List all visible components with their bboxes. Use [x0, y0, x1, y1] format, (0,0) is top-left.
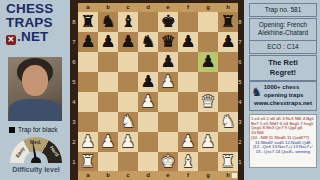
rank-label-3: 3: [236, 112, 244, 132]
square-c4[interactable]: [118, 92, 138, 112]
trap-name-box: The Reti Regret!: [249, 55, 317, 81]
square-d3[interactable]: [138, 112, 158, 132]
piece-black-knight: ♞: [138, 32, 158, 52]
piece-black-pawn: ♟: [98, 32, 118, 52]
square-h4[interactable]: [218, 92, 238, 112]
file-labels-top: abcdefgh: [78, 3, 238, 12]
piece-white-queen: ♛: [198, 92, 218, 112]
rank-labels-left: 87654321: [70, 12, 78, 172]
square-c6[interactable]: [118, 52, 138, 72]
square-e7[interactable]: ♛: [158, 32, 178, 52]
square-c8[interactable]: ♝: [118, 12, 138, 32]
square-b1[interactable]: [98, 152, 118, 172]
square-a3[interactable]: [78, 112, 98, 132]
square-e2[interactable]: [158, 132, 178, 152]
square-b2[interactable]: ♟: [98, 132, 118, 152]
square-d4[interactable]: ♟: [138, 92, 158, 112]
file-label-f: f: [178, 3, 198, 12]
promo-url: www.chesstraps.net: [251, 100, 315, 108]
square-h7[interactable]: ♟: [218, 32, 238, 52]
move-line-main: Qxg5 8.Nh3 Qe7 9.Qg4 g6 10.Nf4: [251, 126, 315, 136]
square-g4[interactable]: ♛: [198, 92, 218, 112]
file-label-g: g: [198, 3, 218, 12]
rank-label-1: 1: [236, 152, 244, 172]
square-g2[interactable]: ♟: [198, 132, 218, 152]
square-d6[interactable]: [138, 52, 158, 72]
rank-label-3: 3: [70, 112, 78, 132]
square-h5[interactable]: [218, 72, 238, 92]
file-label-f: f: [178, 171, 198, 180]
piece-white-bishop: ♝: [178, 152, 198, 172]
square-f7[interactable]: ♟: [178, 32, 198, 52]
square-e6[interactable]: ♟: [158, 52, 178, 72]
square-a7[interactable]: ♟: [78, 32, 98, 52]
square-h1[interactable]: ♜: [218, 152, 238, 172]
file-label-g: g: [198, 171, 218, 180]
promo-line2: opening traps: [264, 92, 304, 98]
piece-black-king: ♚: [158, 12, 178, 32]
black-square-bullet-icon: [9, 127, 15, 133]
square-d5[interactable]: ♟: [138, 72, 158, 92]
trap-name-line2: Regret!: [251, 68, 315, 78]
piece-black-bishop: ♝: [118, 12, 138, 32]
piece-black-rook: ♜: [78, 12, 98, 32]
file-labels-bottom: abcdefgh: [78, 171, 238, 180]
rank-label-6: 6: [70, 52, 78, 72]
square-b6[interactable]: [98, 52, 118, 72]
rank-label-8: 8: [70, 12, 78, 32]
board-corner-mark: [232, 173, 237, 178]
file-label-e: e: [158, 171, 178, 180]
square-h2[interactable]: [218, 132, 238, 152]
rank-label-2: 2: [236, 132, 244, 152]
square-d2[interactable]: [138, 132, 158, 152]
square-g7[interactable]: [198, 32, 218, 52]
moves-box: 1.e4 e6 2.d4 d5 3.Nc3 Nf6 4.Bg5Be7 5.e5 …: [249, 114, 317, 168]
piece-white-pawn: ♟: [98, 132, 118, 152]
gauge-hub: [31, 157, 41, 163]
presenter-photo: [8, 57, 62, 121]
promo-line1: 1000+ chess: [264, 84, 300, 90]
square-f5[interactable]: [178, 72, 198, 92]
rank-labels-right: 87654321: [236, 12, 244, 172]
piece-black-queen: ♛: [158, 32, 178, 52]
square-g8[interactable]: [198, 12, 218, 32]
gauge-label-med: Med.: [30, 139, 41, 145]
square-e4[interactable]: [158, 92, 178, 112]
piece-black-pawn: ♟: [178, 32, 198, 52]
square-c7[interactable]: ♟: [118, 32, 138, 52]
file-label-d: d: [138, 3, 158, 12]
square-b5[interactable]: [98, 72, 118, 92]
square-d1[interactable]: [138, 152, 158, 172]
square-h3[interactable]: ♞: [218, 112, 238, 132]
square-h6[interactable]: [218, 52, 238, 72]
rank-label-1: 1: [70, 152, 78, 172]
file-label-h: h: [218, 3, 238, 12]
piece-black-pawn: ♟: [118, 32, 138, 52]
move-line-variation: 13...Qxc7 14.Qxc8+ winning: [251, 150, 315, 155]
square-b7[interactable]: ♟: [98, 32, 118, 52]
piece-white-pawn: ♟: [198, 132, 218, 152]
piece-black-rook: ♜: [218, 12, 238, 32]
file-label-d: d: [138, 171, 158, 180]
square-g5[interactable]: [198, 72, 218, 92]
x-mark-icon: ✕: [6, 35, 16, 45]
piece-white-rook: ♜: [78, 152, 98, 172]
square-c3[interactable]: ♞: [118, 112, 138, 132]
opening-box: Opening: French Alekhine-Chatard: [249, 18, 317, 41]
file-label-e: e: [158, 3, 178, 12]
file-label-a: a: [78, 171, 98, 180]
square-b8[interactable]: ♞: [98, 12, 118, 32]
move-line-main: (10...Nf8 11.Nfxd5 11.Qxd4??): [251, 135, 315, 140]
piece-white-pawn: ♟: [138, 92, 158, 112]
square-d7[interactable]: ♞: [138, 32, 158, 52]
rank-label-7: 7: [236, 32, 244, 52]
piece-white-pawn: ♟: [178, 132, 198, 152]
promo-box: ♞ 1000+ chess opening traps www.chesstra…: [249, 81, 317, 111]
piece-white-knight: ♞: [218, 112, 238, 132]
piece-black-pawn: ♟: [218, 32, 238, 52]
piece-white-pawn: ♟: [118, 132, 138, 152]
rank-label-4: 4: [70, 92, 78, 112]
square-f3[interactable]: [178, 112, 198, 132]
piece-white-knight: ♞: [118, 112, 138, 132]
rank-label-4: 4: [236, 92, 244, 112]
square-d8[interactable]: [138, 12, 158, 32]
opening-line2: Alekhine-Chatard: [251, 29, 315, 37]
logo-line1: CHESS: [6, 2, 68, 16]
square-f4[interactable]: [178, 92, 198, 112]
square-f1[interactable]: ♝: [178, 152, 198, 172]
piece-white-pawn: ♟: [78, 132, 98, 152]
board-grid: ♜♞♝♚♜♟♟♟♞♛♟♟♟♟♟♟♟♛♞♞♟♟♟♟♟♜♚♝♜: [78, 12, 238, 172]
trap-side-label: Trap for black: [9, 126, 58, 133]
file-label-c: c: [118, 3, 138, 12]
chess-board: abcdefgh 87654321 ♜♞♝♚♜♟♟♟♞♛♟♟♟♟♟♟♟♛♞♞♟♟…: [70, 0, 244, 180]
square-e8[interactable]: ♚: [158, 12, 178, 32]
square-g1[interactable]: [198, 152, 218, 172]
square-a6[interactable]: [78, 52, 98, 72]
opening-line1: Opening: French: [251, 21, 315, 29]
rank-label-7: 7: [70, 32, 78, 52]
rank-label-5: 5: [236, 72, 244, 92]
logo-line3: .NET: [17, 29, 49, 44]
moves-text: 1.e4 e6 2.d4 d5 3.Nc3 Nf6 4.Bg5Be7 5.e5 …: [251, 116, 315, 155]
square-a5[interactable]: [78, 72, 98, 92]
square-g3[interactable]: [198, 112, 218, 132]
piece-black-pawn: ♟: [138, 72, 158, 92]
rank-label-5: 5: [70, 72, 78, 92]
piece-black-pawn: ♟: [78, 32, 98, 52]
square-h8[interactable]: ♜: [218, 12, 238, 32]
site-logo: CHESS TRAPS ✕.NET: [6, 2, 68, 45]
difficulty-label: Difficulty level: [3, 166, 69, 173]
square-c5[interactable]: [118, 72, 138, 92]
square-e5[interactable]: ♟: [158, 72, 178, 92]
trap-number-box: Trap no. 581: [249, 3, 317, 17]
square-f8[interactable]: [178, 12, 198, 32]
difficulty-gauge: Easy Med. Hard: [10, 137, 62, 164]
piece-black-pawn: ♟: [158, 52, 178, 72]
square-a8[interactable]: ♜: [78, 12, 98, 32]
square-e3[interactable]: [158, 112, 178, 132]
photo-face: [22, 65, 48, 96]
piece-white-rook: ♜: [218, 152, 238, 172]
square-a4[interactable]: [78, 92, 98, 112]
file-label-a: a: [78, 3, 98, 12]
square-a2[interactable]: ♟: [78, 132, 98, 152]
square-b3[interactable]: [98, 112, 118, 132]
piece-white-pawn: ♟: [158, 72, 178, 92]
square-c1[interactable]: [118, 152, 138, 172]
trap-name-line1: The Reti: [251, 58, 315, 68]
eco-box: ECO : C14: [249, 40, 317, 54]
square-a1[interactable]: ♜: [78, 152, 98, 172]
knight-icon: ♞: [251, 86, 262, 98]
square-c2[interactable]: ♟: [118, 132, 138, 152]
rank-label-2: 2: [70, 132, 78, 152]
square-f6[interactable]: [178, 52, 198, 72]
rank-label-6: 6: [236, 52, 244, 72]
file-label-b: b: [98, 3, 118, 12]
piece-black-pawn: ♟: [198, 52, 218, 72]
square-f2[interactable]: ♟: [178, 132, 198, 152]
square-b4[interactable]: [98, 92, 118, 112]
file-label-b: b: [98, 171, 118, 180]
piece-white-king: ♚: [158, 152, 178, 172]
square-g6[interactable]: ♟: [198, 52, 218, 72]
square-e1[interactable]: ♚: [158, 152, 178, 172]
file-label-c: c: [118, 171, 138, 180]
piece-black-knight: ♞: [98, 12, 118, 32]
logo-line2: TRAPS: [6, 16, 68, 30]
photo-shirt: [9, 99, 61, 121]
rank-label-8: 8: [236, 12, 244, 32]
